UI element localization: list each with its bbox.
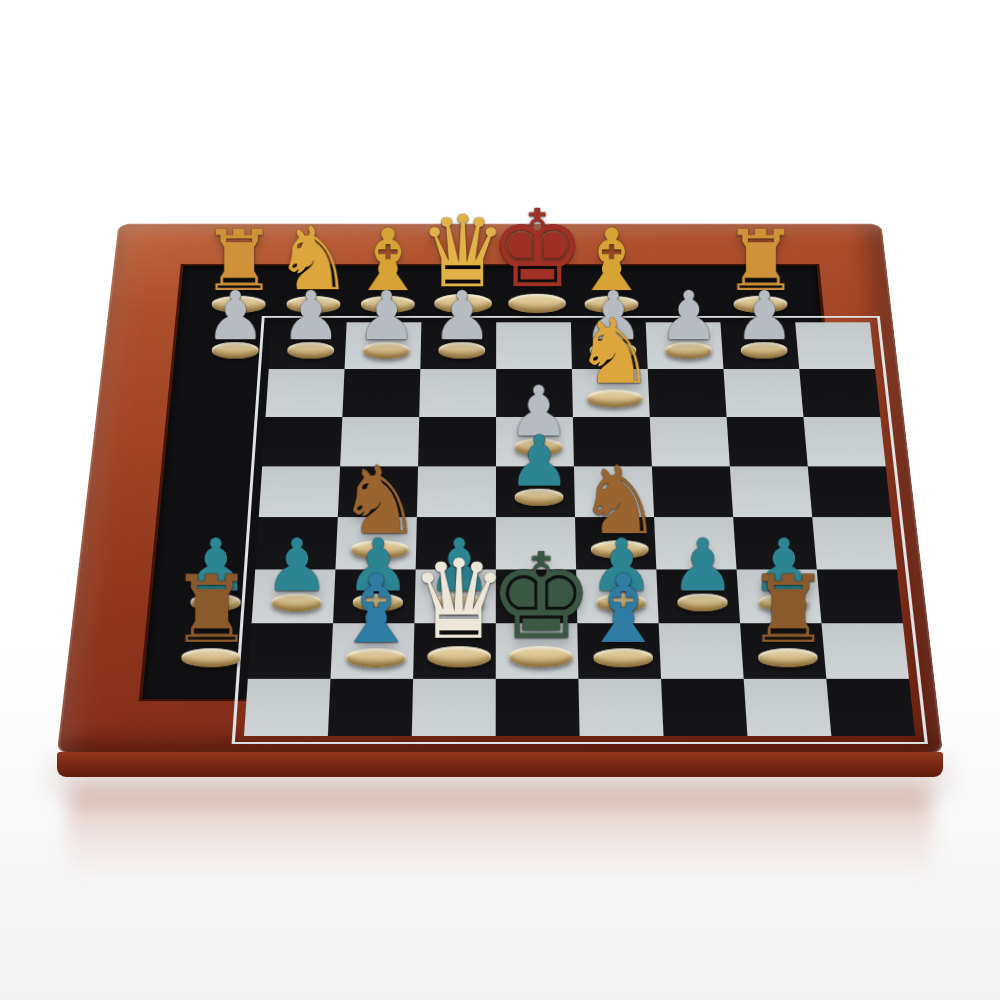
white-pawn-glyph: ♟ [670, 532, 735, 599]
square-a8 [269, 322, 347, 369]
piece-white-pawn-b2: ♟ [264, 532, 329, 611]
piece-cell-b2: ♟ [256, 572, 340, 626]
square-a7 [266, 369, 345, 417]
square-e7 [572, 369, 650, 417]
square-f1 [661, 679, 747, 736]
square-b7 [342, 369, 420, 417]
piece-cell-e4: ♟ [500, 469, 579, 520]
square-c7 [419, 369, 496, 417]
piece-white-rook-h1: ♜ [747, 568, 830, 667]
piece-cell-c1: ♝ [335, 626, 419, 682]
square-f8 [646, 322, 724, 369]
piece-cell-h4 [734, 469, 817, 520]
square-c6 [418, 417, 496, 466]
piece-white-rook-a1: ♜ [170, 568, 253, 667]
square-d1 [496, 679, 580, 736]
piece-cell-a1: ♜ [169, 626, 255, 682]
piece-cell-g4 [656, 469, 737, 520]
square-g7 [723, 369, 803, 417]
white-pawn-glyph: ♟ [508, 429, 571, 494]
square-h5 [808, 466, 892, 517]
square-h2 [821, 623, 908, 678]
product-photo-scene: ♜♞♝♛♚♝♜♟♟♟♟♟♟♟♞♟♟♞♞♟♟♟♟♟♟♟♜♝♛♚♝♜ [0, 0, 1000, 1000]
white-rook-glyph: ♜ [747, 568, 830, 654]
square-e8 [571, 322, 648, 369]
white-king-glyph: ♚ [488, 542, 594, 651]
piece-white-pawn-e4: ♟ [508, 429, 571, 506]
piece-cell-e1: ♚ [500, 626, 583, 682]
white-pawn-glyph: ♟ [264, 532, 329, 599]
piece-cell-b1 [252, 626, 337, 682]
square-b8 [345, 322, 422, 369]
white-rook-glyph: ♜ [170, 568, 253, 654]
board-reflection [68, 788, 932, 908]
square-d8 [496, 322, 572, 369]
piece-cell-d4 [421, 469, 500, 520]
square-h1 [826, 679, 915, 736]
frame-front-edge [57, 752, 943, 777]
square-h8 [795, 322, 875, 369]
square-b1 [328, 679, 413, 736]
square-a1 [244, 679, 331, 736]
white-bishop-glyph: ♝ [334, 566, 419, 653]
piece-cell-g2: ♟ [661, 572, 745, 626]
square-g8 [720, 322, 799, 369]
square-g1 [744, 679, 832, 736]
square-h6 [803, 417, 885, 466]
piece-cell-a4 [183, 469, 266, 520]
piece-white-bishop-c1: ♝ [334, 566, 419, 667]
piece-cell-g1 [663, 626, 748, 682]
square-h7 [799, 369, 880, 417]
square-g6 [727, 417, 808, 466]
piece-cell-b4 [263, 469, 344, 520]
square-e1 [578, 679, 663, 736]
square-c8 [420, 322, 496, 369]
piece-white-king-e1: ♚ [488, 542, 594, 667]
square-c1 [412, 679, 496, 736]
square-a6 [262, 417, 342, 466]
piece-white-pawn-g2: ♟ [670, 532, 735, 611]
piece-cell-h1: ♜ [744, 626, 830, 682]
chessboard-3d: ♜♞♝♛♚♝♜♟♟♟♟♟♟♟♞♟♟♞♞♟♟♟♟♟♟♟♜♝♛♚♝♜ [57, 224, 943, 754]
square-f7 [648, 369, 727, 417]
square-d7 [496, 369, 573, 417]
